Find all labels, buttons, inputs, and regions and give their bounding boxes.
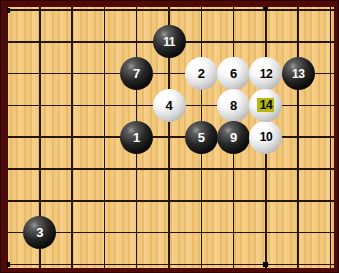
stone-black-9[interactable]: 9	[217, 121, 250, 154]
stone-white-6[interactable]: 6	[217, 57, 250, 90]
hoshi-dot	[7, 262, 10, 267]
stone-number: 3	[36, 226, 43, 239]
stone-black-1[interactable]: 1	[120, 121, 153, 154]
grid-line-horizontal	[7, 136, 334, 138]
grid-line-horizontal	[7, 200, 334, 202]
grid-line-horizontal	[7, 232, 334, 234]
stone-number: 1	[133, 131, 140, 144]
stone-number: 6	[230, 67, 237, 80]
stone-black-5[interactable]: 5	[185, 121, 218, 154]
stone-number: 5	[198, 131, 205, 144]
hoshi-dot	[7, 8, 10, 13]
stone-number: 10	[260, 131, 272, 143]
stone-black-7[interactable]: 7	[120, 57, 153, 90]
stone-number: 8	[230, 99, 237, 112]
stone-number: 9	[230, 131, 237, 144]
stone-black-13[interactable]: 13	[282, 57, 315, 90]
grid-line-horizontal	[7, 9, 334, 11]
go-board[interactable]: 1234567891011121314	[7, 7, 334, 268]
stone-white-2[interactable]: 2	[185, 57, 218, 90]
stone-white-10[interactable]: 10	[249, 121, 282, 154]
stone-white-12[interactable]: 12	[249, 57, 282, 90]
stone-number: 13	[292, 68, 304, 80]
stone-number: 11	[163, 36, 175, 48]
stone-number: 7	[133, 67, 140, 80]
diagram-frame: 1234567891011121314	[0, 0, 339, 273]
hoshi-dot	[263, 262, 268, 267]
stone-number: 2	[198, 67, 205, 80]
stone-number: 4	[165, 99, 172, 112]
stone-number-last-move-badge: 14	[257, 98, 274, 112]
hoshi-dot	[263, 7, 268, 11]
stone-white-4[interactable]: 4	[153, 89, 186, 122]
stone-white-8[interactable]: 8	[217, 89, 250, 122]
grid-line-horizontal	[7, 168, 334, 170]
grid-line-horizontal	[7, 264, 334, 266]
stone-black-3[interactable]: 3	[23, 216, 56, 249]
stone-white-14[interactable]: 14	[249, 89, 282, 122]
stone-black-11[interactable]: 11	[153, 25, 186, 58]
stone-number: 12	[260, 68, 272, 80]
